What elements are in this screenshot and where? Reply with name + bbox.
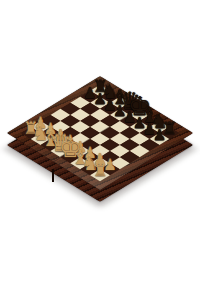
product-photo: ♜♞♝♛♚♝♞♜♟♟♟♟♟♟♟♟♟♟♟♟♟♟♟♟♜♞♝♛♚♝♞♜ (0, 0, 200, 300)
square-h1[interactable]: ♜ (90, 169, 110, 181)
fold-hinge-notch (52, 169, 54, 182)
piece-glyph: ♜ (86, 162, 114, 179)
chess-board: ♜♞♝♛♚♝♞♜♟♟♟♟♟♟♟♟♟♟♟♟♟♟♟♟♜♞♝♛♚♝♞♜ (7, 76, 194, 190)
